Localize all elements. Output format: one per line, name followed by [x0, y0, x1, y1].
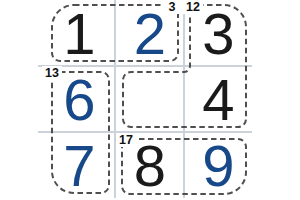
cell-r2c0[interactable]: 7 [44, 133, 114, 196]
cell-r1c1-empty[interactable] [116, 67, 183, 130]
killer-sudoku-board: 1 2 3 6 4 7 8 9 3 12 13 17 [0, 0, 300, 200]
cage-sum-3-label: 3 [164, 0, 180, 14]
cell-r0c0[interactable]: 1 [44, 2, 114, 64]
cage-sum-12-label: 12 [183, 0, 203, 14]
cage-sum-17-label: 17 [116, 133, 136, 147]
cell-r2c2[interactable]: 9 [185, 133, 251, 196]
cage-sum-13-label: 13 [42, 66, 62, 80]
cell-r1c2[interactable]: 4 [185, 67, 251, 130]
